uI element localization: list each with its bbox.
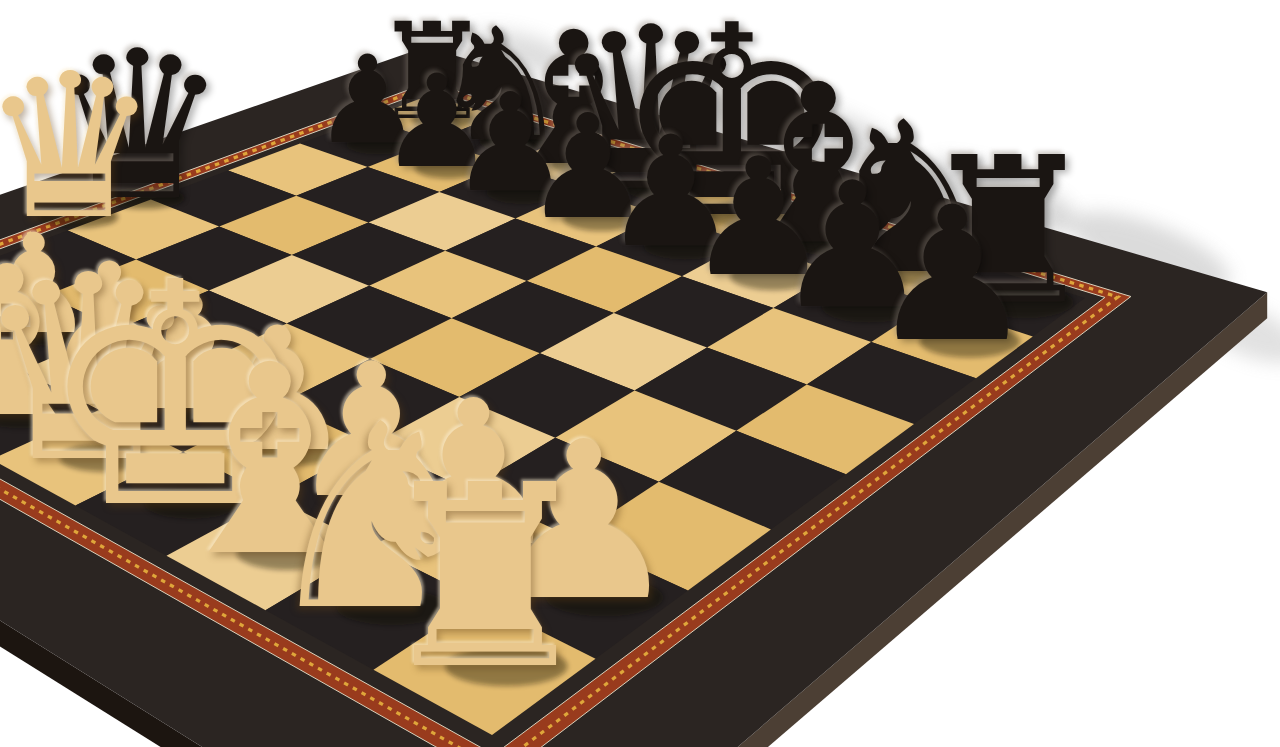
- piece-white-rook-h1: ♜: [359, 452, 611, 704]
- piece-black-pawn-h7: ♟: [860, 183, 1046, 369]
- chess-set-photo-stage: ♜♞♝♛♚♝♞♜♟♟♟♟♟♟♟♟♟♟♟♟♟♟♟♟♜♞♝♛♚♝♞♜♛♛: [0, 0, 1280, 747]
- piece-layer: ♜♞♝♛♚♝♞♜♟♟♟♟♟♟♟♟♟♟♟♟♟♟♟♟♜♞♝♛♚♝♞♜♛♛: [0, 0, 1280, 747]
